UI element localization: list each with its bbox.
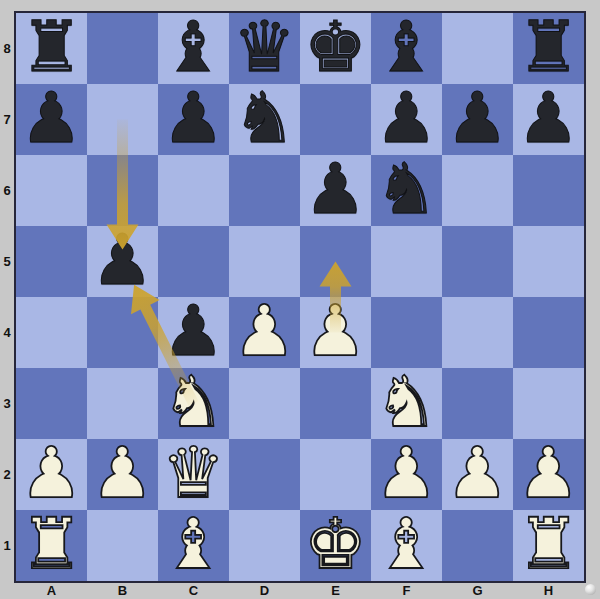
piece-white-knight[interactable]: ♞ (375, 367, 438, 437)
piece-white-rook[interactable]: ♜ (20, 509, 83, 579)
board-square-d1[interactable] (229, 510, 300, 581)
piece-black-pawn[interactable]: ♟ (162, 83, 225, 153)
rank-label-7: 7 (0, 84, 14, 155)
board-square-f4[interactable] (371, 297, 442, 368)
rank-label-5: 5 (0, 226, 14, 297)
piece-black-pawn[interactable]: ♟ (162, 296, 225, 366)
rank-label-8: 8 (0, 13, 14, 84)
board-square-f2[interactable]: ♟ (371, 439, 442, 510)
board-square-h6[interactable] (513, 155, 584, 226)
piece-white-queen[interactable]: ♛ (162, 438, 225, 508)
file-label-A: A (16, 582, 87, 599)
board-square-h4[interactable] (513, 297, 584, 368)
board-square-f6[interactable]: ♞ (371, 155, 442, 226)
piece-black-bishop[interactable]: ♝ (375, 12, 438, 82)
board-square-h8[interactable]: ♜ (513, 13, 584, 84)
board-square-a3[interactable] (16, 368, 87, 439)
board-square-c2[interactable]: ♛ (158, 439, 229, 510)
board-square-a5[interactable] (16, 226, 87, 297)
piece-white-knight[interactable]: ♞ (162, 367, 225, 437)
piece-black-king[interactable]: ♚ (304, 12, 367, 82)
board-square-b3[interactable] (87, 368, 158, 439)
board-square-g2[interactable]: ♟ (442, 439, 513, 510)
board-square-f1[interactable]: ♝ (371, 510, 442, 581)
file-label-E: E (300, 582, 371, 599)
board-square-b4[interactable] (87, 297, 158, 368)
piece-black-knight[interactable]: ♞ (375, 154, 438, 224)
board-square-e6[interactable]: ♟ (300, 155, 371, 226)
piece-white-bishop[interactable]: ♝ (162, 509, 225, 579)
piece-white-king[interactable]: ♚ (304, 509, 367, 579)
board-square-d7[interactable]: ♞ (229, 84, 300, 155)
board-square-g8[interactable] (442, 13, 513, 84)
board-square-f7[interactable]: ♟ (371, 84, 442, 155)
board-square-e5[interactable] (300, 226, 371, 297)
rank-label-6: 6 (0, 155, 14, 226)
piece-white-pawn[interactable]: ♟ (517, 438, 580, 508)
corner-ball-decoration (585, 584, 596, 595)
piece-white-pawn[interactable]: ♟ (304, 296, 367, 366)
piece-black-pawn[interactable]: ♟ (375, 83, 438, 153)
board-square-e3[interactable] (300, 368, 371, 439)
board-square-h5[interactable] (513, 226, 584, 297)
piece-white-pawn[interactable]: ♟ (375, 438, 438, 508)
file-label-D: D (229, 582, 300, 599)
board-square-g6[interactable] (442, 155, 513, 226)
piece-black-knight[interactable]: ♞ (233, 83, 296, 153)
board-square-a7[interactable]: ♟ (16, 84, 87, 155)
rank-label-1: 1 (0, 510, 14, 581)
board-square-b1[interactable] (87, 510, 158, 581)
board-square-e4[interactable]: ♟ (300, 297, 371, 368)
file-label-H: H (513, 582, 584, 599)
board-square-h3[interactable] (513, 368, 584, 439)
board-square-e8[interactable]: ♚ (300, 13, 371, 84)
board-square-a2[interactable]: ♟ (16, 439, 87, 510)
board-square-h2[interactable]: ♟ (513, 439, 584, 510)
piece-black-pawn[interactable]: ♟ (91, 225, 154, 295)
board-square-b6[interactable] (87, 155, 158, 226)
file-label-C: C (158, 582, 229, 599)
board-square-g5[interactable] (442, 226, 513, 297)
file-label-G: G (442, 582, 513, 599)
piece-black-pawn[interactable]: ♟ (20, 83, 83, 153)
piece-white-pawn[interactable]: ♟ (91, 438, 154, 508)
board-square-b2[interactable]: ♟ (87, 439, 158, 510)
board-square-d2[interactable] (229, 439, 300, 510)
board-square-d6[interactable] (229, 155, 300, 226)
board-square-d3[interactable] (229, 368, 300, 439)
piece-black-pawn[interactable]: ♟ (446, 83, 509, 153)
board-square-g4[interactable] (442, 297, 513, 368)
board-square-h7[interactable]: ♟ (513, 84, 584, 155)
board-square-g3[interactable] (442, 368, 513, 439)
board-square-g1[interactable] (442, 510, 513, 581)
board-square-d8[interactable]: ♛ (229, 13, 300, 84)
board-square-a6[interactable] (16, 155, 87, 226)
piece-white-pawn[interactable]: ♟ (233, 296, 296, 366)
chess-board: ♜♝♛♚♝♜♟♟♞♟♟♟♟♞♟♟♟♟♞♞♟♟♛♟♟♟♜♝♚♝♜ (14, 11, 586, 583)
board-square-c7[interactable]: ♟ (158, 84, 229, 155)
board-square-a1[interactable]: ♜ (16, 510, 87, 581)
board-square-e1[interactable]: ♚ (300, 510, 371, 581)
piece-white-rook[interactable]: ♜ (517, 509, 580, 579)
rank-label-3: 3 (0, 368, 14, 439)
piece-white-pawn[interactable]: ♟ (20, 438, 83, 508)
board-square-b8[interactable] (87, 13, 158, 84)
board-square-a4[interactable] (16, 297, 87, 368)
board-square-e2[interactable] (300, 439, 371, 510)
board-square-c1[interactable]: ♝ (158, 510, 229, 581)
rank-label-4: 4 (0, 297, 14, 368)
board-square-b7[interactable] (87, 84, 158, 155)
piece-white-pawn[interactable]: ♟ (446, 438, 509, 508)
piece-white-bishop[interactable]: ♝ (375, 509, 438, 579)
piece-black-rook[interactable]: ♜ (20, 12, 83, 82)
board-square-c4[interactable]: ♟ (158, 297, 229, 368)
board-square-f8[interactable]: ♝ (371, 13, 442, 84)
file-label-B: B (87, 582, 158, 599)
board-square-e7[interactable] (300, 84, 371, 155)
board-square-h1[interactable]: ♜ (513, 510, 584, 581)
board-square-c5[interactable] (158, 226, 229, 297)
piece-black-bishop[interactable]: ♝ (162, 12, 225, 82)
board-square-g7[interactable]: ♟ (442, 84, 513, 155)
piece-black-queen[interactable]: ♛ (233, 12, 296, 82)
rank-label-2: 2 (0, 439, 14, 510)
board-square-d4[interactable]: ♟ (229, 297, 300, 368)
board-square-f5[interactable] (371, 226, 442, 297)
piece-black-rook[interactable]: ♜ (517, 12, 580, 82)
board-square-f3[interactable]: ♞ (371, 368, 442, 439)
board-square-a8[interactable]: ♜ (16, 13, 87, 84)
board-square-b5[interactable]: ♟ (87, 226, 158, 297)
board-square-c3[interactable]: ♞ (158, 368, 229, 439)
board-square-d5[interactable] (229, 226, 300, 297)
board-square-c8[interactable]: ♝ (158, 13, 229, 84)
board-stage: ♜♝♛♚♝♜♟♟♞♟♟♟♟♞♟♟♟♟♞♞♟♟♛♟♟♟♜♝♚♝♜ 87654321… (0, 0, 600, 599)
board-square-c6[interactable] (158, 155, 229, 226)
file-label-F: F (371, 582, 442, 599)
piece-black-pawn[interactable]: ♟ (304, 154, 367, 224)
piece-black-pawn[interactable]: ♟ (517, 83, 580, 153)
